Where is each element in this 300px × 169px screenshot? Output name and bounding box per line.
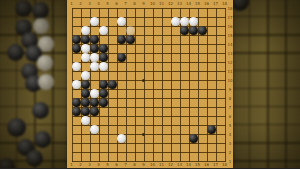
coordinate-label: 13 xyxy=(175,162,184,167)
background-board-left-blur xyxy=(0,0,67,168)
black-stone xyxy=(99,53,108,62)
coordinate-label: 15 xyxy=(193,162,202,167)
blurred-black-stone xyxy=(32,102,49,119)
coordinate-label: 9 xyxy=(139,162,148,167)
star-point xyxy=(142,133,145,136)
coordinate-label: 12 xyxy=(227,60,234,65)
background-board-right xyxy=(233,0,300,168)
coordinate-label: 5 xyxy=(103,1,112,6)
white-stone xyxy=(81,71,90,80)
coordinate-label: 10 xyxy=(227,78,234,83)
coordinate-label: 3 xyxy=(85,162,94,167)
coordinate-label: 9 xyxy=(139,1,148,6)
coordinate-label: 11 xyxy=(157,162,166,167)
coordinate-label: 17 xyxy=(227,15,234,20)
black-stone xyxy=(90,44,99,53)
black-stone xyxy=(99,89,108,98)
coordinate-label: 13 xyxy=(227,51,234,56)
white-stone xyxy=(81,26,90,35)
black-stone xyxy=(72,35,81,44)
coordinate-label: 11 xyxy=(227,69,234,74)
coordinate-label: 9 xyxy=(227,87,234,92)
coordinate-label: 3 xyxy=(227,141,234,146)
blurred-white-stone xyxy=(33,18,49,34)
coordinate-label: 1 xyxy=(227,159,234,164)
coordinate-label: 4 xyxy=(94,1,103,6)
black-stone xyxy=(90,107,99,116)
coordinate-label: 1 xyxy=(67,162,76,167)
black-stone xyxy=(126,35,135,44)
coordinate-label: 11 xyxy=(157,1,166,6)
coordinate-label: 2 xyxy=(227,150,234,155)
black-stone xyxy=(198,26,207,35)
go-board[interactable]: 123456789101112131415161718 123456789101… xyxy=(67,0,233,168)
white-stone xyxy=(81,116,90,125)
blurred-black-stone xyxy=(32,2,49,19)
blurred-black-stone xyxy=(0,158,15,169)
coordinate-label: 6 xyxy=(112,1,121,6)
black-stone xyxy=(72,98,81,107)
ghost-white-stone xyxy=(126,26,135,35)
white-stone xyxy=(90,53,99,62)
coordinate-label: 7 xyxy=(121,162,130,167)
coordinate-label: 8 xyxy=(130,1,139,6)
black-stone xyxy=(81,98,90,107)
black-stone xyxy=(72,44,81,53)
coordinate-label: 13 xyxy=(175,1,184,6)
blurred-black-stone xyxy=(7,44,24,61)
black-stone xyxy=(108,80,117,89)
coordinate-label: 17 xyxy=(211,1,220,6)
white-stone xyxy=(90,62,99,71)
coordinate-label: 15 xyxy=(227,33,234,38)
black-stone xyxy=(90,35,99,44)
coordinate-label: 1 xyxy=(67,1,76,6)
coordinate-label: 3 xyxy=(85,1,94,6)
coordinate-label: 6 xyxy=(227,114,234,119)
star-point xyxy=(142,79,145,82)
white-stone xyxy=(99,62,108,71)
coordinate-label: 14 xyxy=(184,162,193,167)
black-stone xyxy=(117,35,126,44)
coordinate-label: 14 xyxy=(184,1,193,6)
black-stone xyxy=(72,107,81,116)
black-stone xyxy=(99,98,108,107)
black-stone xyxy=(180,26,189,35)
coordinate-label: 8 xyxy=(227,96,234,101)
coordinate-label: 4 xyxy=(94,162,103,167)
coordinate-label: 4 xyxy=(227,132,234,137)
coordinate-label: 14 xyxy=(227,42,234,47)
black-stone xyxy=(81,35,90,44)
blurred-black-stone xyxy=(26,150,43,167)
black-stone xyxy=(81,80,90,89)
white-stone xyxy=(117,134,126,143)
blurred-black-stone xyxy=(15,0,32,17)
coordinate-label: 10 xyxy=(148,1,157,6)
coordinate-label: 12 xyxy=(166,1,175,6)
white-stone xyxy=(90,17,99,26)
black-stone xyxy=(81,107,90,116)
coordinate-label: 2 xyxy=(76,1,85,6)
blurred-white-stone xyxy=(38,74,54,90)
black-stone xyxy=(189,26,198,35)
coordinate-label: 16 xyxy=(227,24,234,29)
coordinate-label: 7 xyxy=(121,1,130,6)
black-stone xyxy=(207,125,216,134)
background-board-left xyxy=(0,0,67,168)
coordinate-label: 5 xyxy=(227,123,234,128)
black-stone xyxy=(90,98,99,107)
coordinate-label: 6 xyxy=(112,162,121,167)
black-stone xyxy=(81,89,90,98)
white-stone xyxy=(81,44,90,53)
white-stone xyxy=(90,125,99,134)
coordinate-label: 2 xyxy=(76,162,85,167)
background-board-right-blur xyxy=(233,0,300,168)
coordinate-label: 8 xyxy=(130,162,139,167)
coordinate-label: 18 xyxy=(227,6,234,11)
coordinate-label: 15 xyxy=(193,1,202,6)
white-stone xyxy=(99,26,108,35)
white-stone xyxy=(72,80,81,89)
app-frame: 123456789101112131415161718 123456789101… xyxy=(0,0,300,168)
coordinate-label: 17 xyxy=(211,162,220,167)
blurred-black-stone xyxy=(34,131,51,148)
white-stone xyxy=(90,89,99,98)
white-stone xyxy=(189,17,198,26)
black-stone xyxy=(99,44,108,53)
black-stone xyxy=(117,53,126,62)
coordinate-label: 16 xyxy=(202,162,211,167)
coordinate-label: 16 xyxy=(202,1,211,6)
white-stone xyxy=(72,62,81,71)
coordinate-label: 5 xyxy=(103,162,112,167)
blurred-black-stone xyxy=(233,0,249,11)
coordinate-label: 10 xyxy=(148,162,157,167)
black-stone xyxy=(189,134,198,143)
coordinate-label: 7 xyxy=(227,105,234,110)
blurred-white-stone xyxy=(37,55,53,71)
coordinate-label: 12 xyxy=(166,162,175,167)
white-stone xyxy=(117,17,126,26)
white-stone xyxy=(81,53,90,62)
blurred-black-stone xyxy=(7,118,26,137)
black-stone xyxy=(99,80,108,89)
white-stone xyxy=(180,17,189,26)
white-stone xyxy=(171,17,180,26)
